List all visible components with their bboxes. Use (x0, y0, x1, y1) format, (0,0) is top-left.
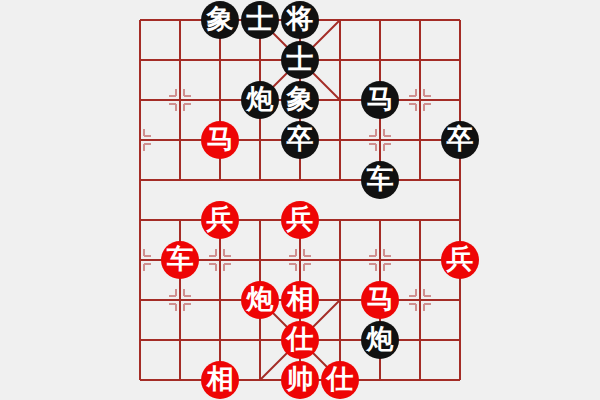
piece-glyph: 卒 (287, 126, 314, 153)
piece-glyph: 仕 (287, 326, 314, 353)
piece-black-general[interactable]: 将 (281, 1, 319, 39)
piece-red-elephant[interactable]: 相 (281, 281, 319, 319)
piece-glyph: 士 (247, 6, 274, 33)
piece-black-cannon[interactable]: 炮 (361, 321, 399, 359)
piece-glyph: 兵 (287, 206, 314, 233)
piece-black-soldier[interactable]: 卒 (441, 121, 479, 159)
piece-glyph: 将 (287, 6, 314, 33)
piece-black-elephant[interactable]: 象 (201, 1, 239, 39)
piece-glyph: 车 (167, 246, 194, 273)
xiangqi-app: 象士将士炮象马马卒卒车兵兵车兵炮相马仕炮相帅仕 (0, 0, 600, 400)
piece-glyph: 象 (207, 6, 234, 33)
piece-red-soldier[interactable]: 兵 (441, 241, 479, 279)
piece-red-general[interactable]: 帅 (281, 361, 319, 399)
piece-red-elephant[interactable]: 相 (201, 361, 239, 399)
piece-glyph: 兵 (207, 206, 234, 233)
piece-red-soldier[interactable]: 兵 (281, 201, 319, 239)
piece-glyph: 炮 (247, 286, 274, 313)
piece-glyph: 炮 (367, 326, 394, 353)
piece-red-chariot[interactable]: 车 (161, 241, 199, 279)
piece-glyph: 炮 (247, 86, 274, 113)
piece-red-soldier[interactable]: 兵 (201, 201, 239, 239)
piece-glyph: 卒 (447, 126, 474, 153)
piece-glyph: 相 (207, 366, 234, 393)
piece-red-horse[interactable]: 马 (361, 281, 399, 319)
piece-glyph: 象 (287, 86, 314, 113)
piece-glyph: 兵 (447, 246, 474, 273)
piece-black-chariot[interactable]: 车 (361, 161, 399, 199)
piece-black-advisor[interactable]: 士 (241, 1, 279, 39)
piece-glyph: 马 (367, 286, 394, 313)
piece-glyph: 马 (367, 86, 394, 113)
piece-glyph: 马 (207, 126, 234, 153)
piece-black-soldier[interactable]: 卒 (281, 121, 319, 159)
piece-red-horse[interactable]: 马 (201, 121, 239, 159)
piece-glyph: 帅 (287, 366, 314, 393)
piece-black-elephant[interactable]: 象 (281, 81, 319, 119)
piece-black-advisor[interactable]: 士 (281, 41, 319, 79)
piece-black-horse[interactable]: 马 (361, 81, 399, 119)
piece-red-advisor[interactable]: 仕 (281, 321, 319, 359)
piece-black-cannon[interactable]: 炮 (241, 81, 279, 119)
xiangqi-board[interactable]: 象士将士炮象马马卒卒车兵兵车兵炮相马仕炮相帅仕 (120, 0, 480, 400)
piece-glyph: 仕 (327, 366, 354, 393)
piece-glyph: 相 (287, 286, 314, 313)
piece-glyph: 车 (367, 166, 394, 193)
piece-red-advisor[interactable]: 仕 (321, 361, 359, 399)
piece-red-cannon[interactable]: 炮 (241, 281, 279, 319)
piece-glyph: 士 (287, 46, 314, 73)
